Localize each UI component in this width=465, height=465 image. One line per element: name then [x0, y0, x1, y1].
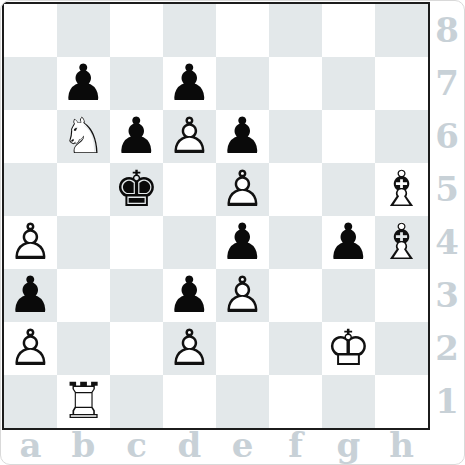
piece-glyph: ♟ — [322, 216, 375, 269]
file-label-c: c — [110, 428, 163, 464]
square-a5[interactable] — [4, 163, 57, 216]
piece-outline-layer: ♖ — [57, 375, 110, 428]
piece-outline-layer: ♙ — [163, 110, 216, 163]
square-d4[interactable] — [163, 216, 216, 269]
square-d8[interactable] — [163, 4, 216, 57]
square-b7[interactable]: ♟ — [57, 57, 110, 110]
square-a3[interactable]: ♟ — [4, 269, 57, 322]
file-label-g: g — [322, 428, 375, 464]
piece-black-pawn[interactable]: ♟ — [163, 57, 216, 110]
square-c4[interactable] — [110, 216, 163, 269]
square-a6[interactable] — [4, 110, 57, 163]
piece-white-pawn[interactable]: ♟♙ — [216, 163, 269, 216]
square-b5[interactable] — [57, 163, 110, 216]
rank-label-6: 6 — [430, 110, 464, 163]
rank-label-8: 8 — [430, 4, 464, 57]
piece-white-rook[interactable]: ♜♖ — [57, 375, 110, 428]
piece-outline-layer: ♔ — [322, 322, 375, 375]
square-c5[interactable]: ♚ — [110, 163, 163, 216]
square-f7[interactable] — [269, 57, 322, 110]
piece-outline-layer: ♙ — [216, 269, 269, 322]
file-label-d: d — [163, 428, 216, 464]
piece-white-pawn[interactable]: ♟♙ — [4, 322, 57, 375]
square-a7[interactable] — [4, 57, 57, 110]
square-e8[interactable] — [216, 4, 269, 57]
rank-label-5: 5 — [430, 163, 464, 216]
square-c6[interactable]: ♟ — [110, 110, 163, 163]
square-e6[interactable]: ♟ — [216, 110, 269, 163]
piece-glyph: ♚ — [110, 163, 163, 216]
square-b6[interactable]: ♞♘ — [57, 110, 110, 163]
piece-outline-layer: ♗ — [375, 163, 428, 216]
square-c8[interactable] — [110, 4, 163, 57]
square-c7[interactable] — [110, 57, 163, 110]
square-c1[interactable] — [110, 375, 163, 428]
rank-label-1: 1 — [430, 375, 464, 428]
piece-outline-layer: ♙ — [4, 322, 57, 375]
piece-glyph: ♟ — [163, 57, 216, 110]
piece-glyph: ♟ — [163, 269, 216, 322]
file-labels: a b c d e f g h — [4, 428, 428, 464]
square-a4[interactable]: ♟♙ — [4, 216, 57, 269]
piece-black-king[interactable]: ♚ — [110, 163, 163, 216]
square-b2[interactable] — [57, 322, 110, 375]
square-e7[interactable] — [216, 57, 269, 110]
square-e2[interactable] — [216, 322, 269, 375]
square-a8[interactable] — [4, 4, 57, 57]
square-b4[interactable] — [57, 216, 110, 269]
file-label-b: b — [57, 428, 110, 464]
square-b3[interactable] — [57, 269, 110, 322]
chessboard: ♟♟♞♘♟♟♙♟♚♟♙♝♗♟♙♟♟♝♗♟♟♟♙♟♙♟♙♚♔♜♖ — [2, 2, 430, 430]
piece-black-pawn[interactable]: ♟ — [163, 269, 216, 322]
piece-black-pawn[interactable]: ♟ — [216, 216, 269, 269]
square-e4[interactable]: ♟ — [216, 216, 269, 269]
file-label-h: h — [375, 428, 428, 464]
rank-label-7: 7 — [430, 57, 464, 110]
square-d2[interactable]: ♟♙ — [163, 322, 216, 375]
square-b8[interactable] — [57, 4, 110, 57]
piece-white-pawn[interactable]: ♟♙ — [4, 216, 57, 269]
square-g7[interactable] — [322, 57, 375, 110]
file-label-e: e — [216, 428, 269, 464]
piece-outline-layer: ♘ — [57, 110, 110, 163]
square-f6[interactable] — [269, 110, 322, 163]
piece-glyph: ♟ — [4, 269, 57, 322]
piece-white-pawn[interactable]: ♟♙ — [163, 322, 216, 375]
piece-white-knight[interactable]: ♞♘ — [57, 110, 110, 163]
square-d6[interactable]: ♟♙ — [163, 110, 216, 163]
piece-black-pawn[interactable]: ♟ — [57, 57, 110, 110]
piece-white-bishop[interactable]: ♝♗ — [375, 163, 428, 216]
square-e3[interactable]: ♟♙ — [216, 269, 269, 322]
square-c2[interactable] — [110, 322, 163, 375]
square-d1[interactable] — [163, 375, 216, 428]
square-b1[interactable]: ♜♖ — [57, 375, 110, 428]
square-c3[interactable] — [110, 269, 163, 322]
square-g1[interactable] — [322, 375, 375, 428]
square-d3[interactable]: ♟ — [163, 269, 216, 322]
square-a1[interactable] — [4, 375, 57, 428]
piece-outline-layer: ♙ — [4, 216, 57, 269]
chess-diagram: ♟♟♞♘♟♟♙♟♚♟♙♝♗♟♙♟♟♝♗♟♟♟♙♟♙♟♙♚♔♜♖ 8 7 6 5 … — [0, 0, 465, 465]
square-g4[interactable]: ♟ — [322, 216, 375, 269]
square-e5[interactable]: ♟♙ — [216, 163, 269, 216]
square-h1[interactable] — [375, 375, 428, 428]
square-f3[interactable] — [269, 269, 322, 322]
square-h4[interactable]: ♝♗ — [375, 216, 428, 269]
rank-labels: 8 7 6 5 4 3 2 1 — [430, 4, 464, 428]
square-h3[interactable] — [375, 269, 428, 322]
piece-black-pawn[interactable]: ♟ — [4, 269, 57, 322]
square-f4[interactable] — [269, 216, 322, 269]
square-f5[interactable] — [269, 163, 322, 216]
square-f8[interactable] — [269, 4, 322, 57]
square-d7[interactable]: ♟ — [163, 57, 216, 110]
piece-black-pawn[interactable]: ♟ — [110, 110, 163, 163]
square-h5[interactable]: ♝♗ — [375, 163, 428, 216]
piece-glyph: ♟ — [110, 110, 163, 163]
square-f2[interactable] — [269, 322, 322, 375]
piece-outline-layer: ♙ — [216, 163, 269, 216]
square-h8[interactable] — [375, 4, 428, 57]
file-label-a: a — [4, 428, 57, 464]
piece-outline-layer: ♗ — [375, 216, 428, 269]
piece-white-king[interactable]: ♚♔ — [322, 322, 375, 375]
piece-white-pawn[interactable]: ♟♙ — [216, 269, 269, 322]
square-e1[interactable] — [216, 375, 269, 428]
square-g8[interactable] — [322, 4, 375, 57]
rank-label-3: 3 — [430, 269, 464, 322]
piece-black-pawn[interactable]: ♟ — [216, 110, 269, 163]
square-a2[interactable]: ♟♙ — [4, 322, 57, 375]
piece-glyph: ♟ — [216, 110, 269, 163]
square-h6[interactable] — [375, 110, 428, 163]
file-label-f: f — [269, 428, 322, 464]
piece-white-bishop[interactable]: ♝♗ — [375, 216, 428, 269]
piece-black-pawn[interactable]: ♟ — [322, 216, 375, 269]
square-f1[interactable] — [269, 375, 322, 428]
square-g5[interactable] — [322, 163, 375, 216]
piece-glyph: ♟ — [57, 57, 110, 110]
square-d5[interactable] — [163, 163, 216, 216]
square-h2[interactable] — [375, 322, 428, 375]
piece-glyph: ♟ — [216, 216, 269, 269]
piece-white-pawn[interactable]: ♟♙ — [163, 110, 216, 163]
square-h7[interactable] — [375, 57, 428, 110]
square-g2[interactable]: ♚♔ — [322, 322, 375, 375]
square-g6[interactable] — [322, 110, 375, 163]
square-g3[interactable] — [322, 269, 375, 322]
rank-label-4: 4 — [430, 216, 464, 269]
rank-label-2: 2 — [430, 322, 464, 375]
piece-outline-layer: ♙ — [163, 322, 216, 375]
